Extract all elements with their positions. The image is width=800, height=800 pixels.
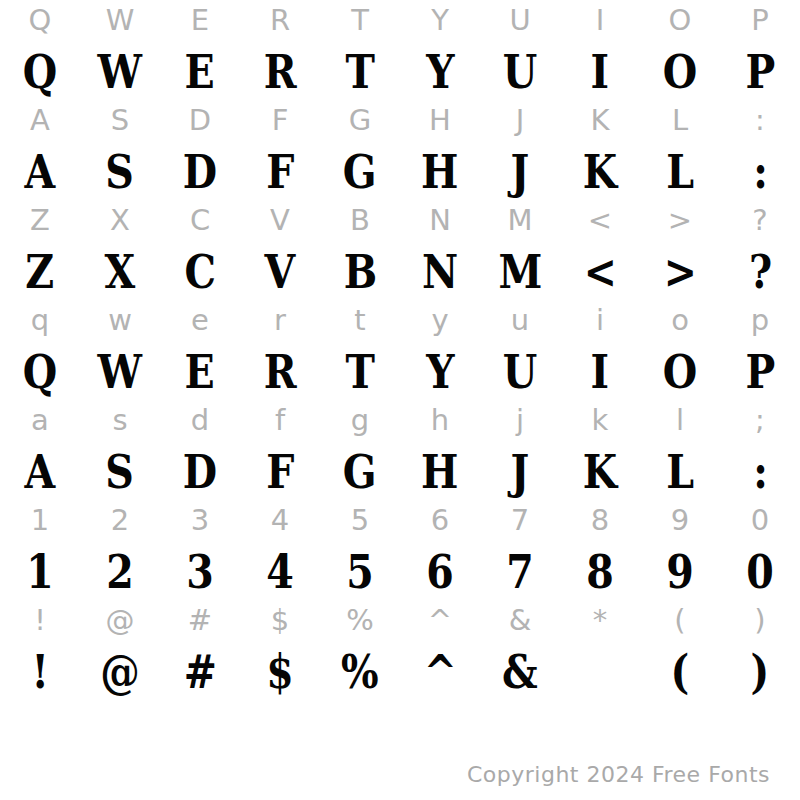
font-glyph: ( [671,649,690,695]
font-glyph: J [511,449,530,495]
font-glyph: D [183,449,217,495]
font-glyph: U [503,49,538,95]
keyboard-char-label: y [431,306,448,335]
font-glyph: 1 [26,549,54,595]
font-glyph: L [666,449,694,495]
font-glyph: R [264,349,297,395]
character-map-grid: QWERTYUIOPQWERTYUIOPASDFGHJKL:ASDFGHJKL:… [0,0,800,700]
font-glyph: Z [26,249,55,295]
keyboard-char-label: N [429,206,451,235]
keyboard-char-label: G [349,106,371,135]
font-glyph: O [663,49,697,95]
keyboard-char-label: * [593,606,608,635]
keyboard-char-label: 1 [31,506,49,535]
font-glyph: T [345,49,374,95]
font-glyph: 6 [426,549,454,595]
keyboard-char-label: P [751,6,769,35]
keyboard-char-label: ! [34,606,46,635]
font-glyph: J [511,149,530,195]
keyboard-char-label: q [31,306,49,335]
font-glyph: U [503,349,538,395]
font-glyph: Y [426,349,454,395]
font-glyph-row-0: QWERTYUIOP [0,40,800,102]
font-glyph: B [343,249,376,295]
keyboard-char-label: w [108,306,132,335]
keyboard-label-row-1: ASDFGHJKL: [0,100,800,140]
font-glyph-row-6: !@#$%^&() [0,640,800,702]
char-row-pair-3: qwertyuiopQWERTYUIOP [0,300,800,400]
keyboard-char-label: J [516,106,525,135]
keyboard-char-label: 7 [511,506,529,535]
keyboard-char-label: g [351,406,369,435]
font-glyph: W [98,349,142,395]
keyboard-char-label: ^ [428,606,452,635]
font-glyph: 8 [586,549,614,595]
keyboard-char-label: o [671,306,689,335]
keyboard-char-label: > [668,206,692,235]
keyboard-char-label: V [270,206,290,235]
keyboard-char-label: u [511,306,529,335]
font-glyph: O [663,349,697,395]
keyboard-char-label: 0 [751,506,769,535]
font-glyph: H [421,149,458,195]
font-preview-page: QWERTYUIOPQWERTYUIOPASDFGHJKL:ASDFGHJKL:… [0,0,800,800]
font-glyph: S [106,449,135,495]
font-glyph: 0 [746,549,774,595]
keyboard-char-label: M [507,206,532,235]
font-glyph: & [502,649,538,695]
keyboard-label-row-0: QWERTYUIOP [0,0,800,40]
font-glyph: % [341,649,379,695]
font-glyph: $ [266,649,294,695]
keyboard-label-row-5: 1234567890 [0,500,800,540]
font-glyph: F [266,449,294,495]
font-glyph: ) [751,649,770,695]
keyboard-char-label: 5 [351,506,369,535]
font-glyph: Y [426,49,454,95]
keyboard-char-label: Z [30,206,50,235]
font-glyph: # [183,649,216,695]
font-glyph: : [753,449,768,495]
keyboard-char-label: p [751,306,769,335]
keyboard-char-label: E [191,6,209,35]
font-glyph-row-1: ASDFGHJKL: [0,140,800,202]
copyright-text: Copyright 2024 Free Fonts [467,762,770,787]
keyboard-char-label: B [350,206,370,235]
keyboard-char-label: A [30,106,50,135]
font-glyph: G [343,149,377,195]
font-glyph: C [184,249,215,295]
keyboard-char-label: & [509,606,532,635]
font-glyph: N [422,249,458,295]
keyboard-char-label: 3 [191,506,209,535]
char-row-pair-2: ZXCVBNM<>?ZXCVBNM<>? [0,200,800,300]
keyboard-char-label: s [112,406,127,435]
keyboard-char-label: S [111,106,129,135]
font-glyph-row-2: ZXCVBNM<>? [0,240,800,302]
keyboard-char-label: D [189,106,211,135]
keyboard-char-label: 2 [111,506,129,535]
keyboard-char-label: ) [754,606,765,635]
font-glyph: < [583,249,616,295]
font-glyph: ^ [423,649,456,695]
keyboard-char-label: L [672,106,688,135]
keyboard-char-label: h [431,406,449,435]
font-glyph: ? [748,249,771,295]
keyboard-char-label: K [590,106,609,135]
keyboard-char-label: i [596,306,604,335]
keyboard-char-label: f [275,406,285,435]
font-glyph: T [345,349,374,395]
keyboard-char-label: H [429,106,451,135]
font-glyph: 9 [666,549,694,595]
font-glyph: K [583,149,617,195]
char-row-pair-4: asdfghjkl;ASDFGHJKL: [0,400,800,500]
keyboard-char-label: F [272,106,289,135]
keyboard-char-label: R [270,6,290,35]
keyboard-label-row-6: !@#$%^&*() [0,600,800,640]
font-glyph-row-4: ASDFGHJKL: [0,440,800,502]
keyboard-char-label: r [274,306,286,335]
font-glyph: @ [100,649,140,695]
font-glyph: ! [31,649,48,695]
font-glyph: V [265,249,296,295]
font-glyph: P [745,49,775,95]
keyboard-char-label: X [110,206,130,235]
font-glyph: D [183,149,217,195]
keyboard-char-label: e [191,306,209,335]
font-glyph: W [98,49,142,95]
char-row-pair-5: 12345678901234567890 [0,500,800,600]
keyboard-char-label: a [31,406,49,435]
font-glyph: Q [23,349,57,395]
font-glyph: 4 [266,549,294,595]
keyboard-char-label: 9 [671,506,689,535]
keyboard-char-label: # [188,606,212,635]
font-glyph: H [421,449,458,495]
font-glyph: 2 [106,549,134,595]
font-glyph: A [25,149,56,195]
keyboard-char-label: ; [755,406,765,435]
font-glyph: S [106,149,135,195]
keyboard-char-label: $ [271,606,289,635]
font-glyph-row-5: 1234567890 [0,540,800,602]
font-glyph: F [266,149,294,195]
keyboard-char-label: d [191,406,209,435]
font-glyph: E [185,349,215,395]
keyboard-char-label: j [516,406,524,435]
keyboard-label-row-2: ZXCVBNM<>? [0,200,800,240]
keyboard-label-row-4: asdfghjkl; [0,400,800,440]
keyboard-char-label: T [351,6,369,35]
font-glyph: 3 [186,549,214,595]
keyboard-char-label: 6 [431,506,449,535]
keyboard-char-label: : [755,106,765,135]
font-glyph: > [663,249,696,295]
font-glyph: X [105,249,136,295]
font-glyph: R [264,49,297,95]
font-glyph: : [753,149,768,195]
char-row-pair-1: ASDFGHJKL:ASDFGHJKL: [0,100,800,200]
keyboard-label-row-3: qwertyuiop [0,300,800,340]
font-glyph: Q [23,49,57,95]
keyboard-char-label: 4 [271,506,289,535]
font-glyph: G [343,449,377,495]
keyboard-char-label: < [588,206,612,235]
keyboard-char-label: W [106,6,135,35]
font-glyph: A [25,449,56,495]
font-glyph: I [591,349,610,395]
keyboard-char-label: @ [106,606,135,635]
font-glyph-row-3: QWERTYUIOP [0,340,800,402]
font-glyph: 5 [346,549,374,595]
char-row-pair-0: QWERTYUIOPQWERTYUIOP [0,0,800,100]
keyboard-char-label: U [509,6,530,35]
font-glyph: P [745,349,775,395]
keyboard-char-label: l [676,406,684,435]
keyboard-char-label: t [354,306,365,335]
font-glyph: I [591,49,610,95]
keyboard-char-label: I [596,6,605,35]
keyboard-char-label: Q [29,6,52,35]
keyboard-char-label: Y [431,6,449,35]
keyboard-char-label: O [669,6,692,35]
keyboard-char-label: % [346,606,374,635]
font-glyph: L [666,149,694,195]
keyboard-char-label: ? [752,206,767,235]
keyboard-char-label: k [592,406,609,435]
keyboard-char-label: ( [674,606,685,635]
font-glyph: M [498,249,542,295]
keyboard-char-label: C [190,206,210,235]
font-glyph: K [583,449,617,495]
font-glyph: E [185,49,215,95]
char-row-pair-6: !@#$%^&*()!@#$%^&() [0,600,800,700]
font-glyph: 7 [506,549,534,595]
keyboard-char-label: 8 [591,506,609,535]
